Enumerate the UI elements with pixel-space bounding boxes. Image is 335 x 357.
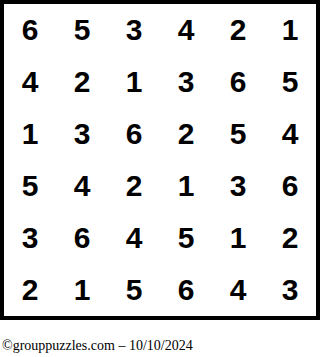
cell-r5c1: 3 (4, 212, 58, 266)
cell-r4c5: 3 (212, 160, 266, 216)
cell-r2c4: 3 (160, 56, 214, 112)
sudoku-page: 653421421365136254542136364512215643 ©gr… (0, 0, 335, 357)
cell-r1c5: 2 (212, 4, 266, 58)
cell-r5c6: 2 (264, 212, 316, 266)
cell-r4c6: 6 (264, 160, 316, 216)
cell-r1c4: 4 (160, 4, 214, 58)
cell-r2c3: 1 (108, 56, 164, 112)
cell-r3c5: 5 (212, 108, 266, 162)
cell-r3c3: 6 (108, 108, 164, 162)
cell-r6c1: 2 (4, 264, 58, 316)
cell-r5c5: 1 (212, 212, 266, 266)
cell-r6c3: 5 (108, 264, 164, 316)
cell-r3c1: 1 (4, 108, 58, 162)
copyright-credit: ©grouppuzzles.com – 10/10/2024 (2, 338, 193, 354)
cell-r4c1: 5 (4, 160, 58, 216)
cell-r1c1: 6 (4, 4, 58, 58)
cell-r6c2: 1 (56, 264, 110, 316)
cell-r1c6: 1 (264, 4, 316, 58)
cell-r5c3: 4 (108, 212, 164, 266)
cell-r4c2: 4 (56, 160, 110, 216)
cell-r5c4: 5 (160, 212, 214, 266)
cell-r3c4: 2 (160, 108, 214, 162)
cell-r6c6: 3 (264, 264, 316, 316)
cell-r4c4: 1 (160, 160, 214, 216)
cell-r6c4: 6 (160, 264, 214, 316)
cell-r2c1: 4 (4, 56, 58, 112)
cell-r2c5: 6 (212, 56, 266, 112)
cell-r3c2: 3 (56, 108, 110, 162)
cell-r2c2: 2 (56, 56, 110, 112)
cell-r6c5: 4 (212, 264, 266, 316)
cell-r5c2: 6 (56, 212, 110, 266)
cell-r2c6: 5 (264, 56, 316, 112)
cell-r4c3: 2 (108, 160, 164, 216)
cell-r1c2: 5 (56, 4, 110, 58)
cell-r3c6: 4 (264, 108, 316, 162)
cell-r1c3: 3 (108, 4, 164, 58)
sudoku-board: 653421421365136254542136364512215643 (0, 0, 320, 320)
